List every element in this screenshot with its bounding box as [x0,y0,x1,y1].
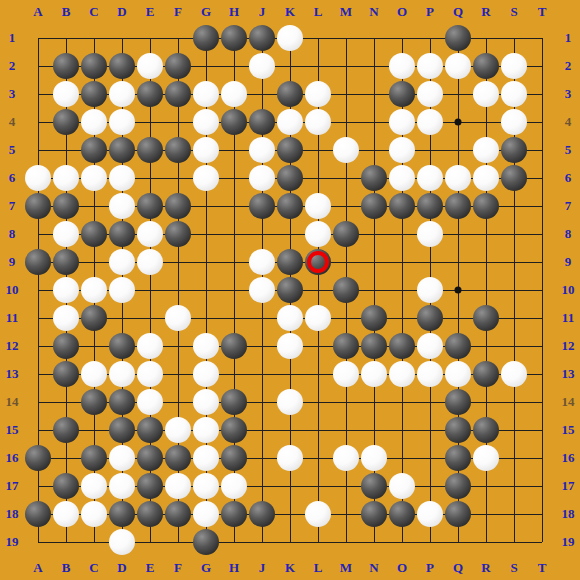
intersection-L12[interactable] [304,332,332,360]
intersection-P2[interactable] [416,52,444,80]
intersection-D13[interactable] [108,360,136,388]
intersection-A12[interactable] [24,332,52,360]
intersection-G4[interactable] [192,108,220,136]
intersection-C10[interactable] [80,276,108,304]
intersection-P7[interactable] [416,192,444,220]
intersection-H8[interactable] [220,220,248,248]
intersection-J10[interactable] [248,276,276,304]
intersection-R7[interactable] [472,192,500,220]
intersection-G1[interactable] [192,24,220,52]
intersection-G12[interactable] [192,332,220,360]
intersection-N6[interactable] [360,164,388,192]
intersection-R17[interactable] [472,472,500,500]
intersection-F7[interactable] [164,192,192,220]
intersection-A7[interactable] [24,192,52,220]
intersection-L5[interactable] [304,136,332,164]
intersection-P9[interactable] [416,248,444,276]
intersection-N12[interactable] [360,332,388,360]
intersection-M11[interactable] [332,304,360,332]
intersection-T18[interactable] [528,500,556,528]
intersection-G17[interactable] [192,472,220,500]
intersection-M10[interactable] [332,276,360,304]
intersection-C12[interactable] [80,332,108,360]
intersection-T1[interactable] [528,24,556,52]
intersection-A1[interactable] [24,24,52,52]
intersection-T16[interactable] [528,444,556,472]
intersection-D10[interactable] [108,276,136,304]
intersection-Q16[interactable] [444,444,472,472]
intersection-M17[interactable] [332,472,360,500]
intersection-P11[interactable] [416,304,444,332]
intersection-S1[interactable] [500,24,528,52]
intersection-Q12[interactable] [444,332,472,360]
intersection-G11[interactable] [192,304,220,332]
intersection-B18[interactable] [52,500,80,528]
intersection-C7[interactable] [80,192,108,220]
intersection-K5[interactable] [276,136,304,164]
intersection-P8[interactable] [416,220,444,248]
intersection-M18[interactable] [332,500,360,528]
intersection-P15[interactable] [416,416,444,444]
intersection-R14[interactable] [472,388,500,416]
intersection-L15[interactable] [304,416,332,444]
intersection-D14[interactable] [108,388,136,416]
intersection-A16[interactable] [24,444,52,472]
intersection-D6[interactable] [108,164,136,192]
intersection-S18[interactable] [500,500,528,528]
intersection-M4[interactable] [332,108,360,136]
intersection-C11[interactable] [80,304,108,332]
intersection-D7[interactable] [108,192,136,220]
intersection-R4[interactable] [472,108,500,136]
intersection-N17[interactable] [360,472,388,500]
intersection-Q10[interactable] [444,276,472,304]
intersection-J15[interactable] [248,416,276,444]
intersection-J8[interactable] [248,220,276,248]
intersection-D3[interactable] [108,80,136,108]
intersection-T15[interactable] [528,416,556,444]
intersection-L17[interactable] [304,472,332,500]
intersection-O13[interactable] [388,360,416,388]
intersection-J1[interactable] [248,24,276,52]
intersection-L6[interactable] [304,164,332,192]
intersection-O18[interactable] [388,500,416,528]
intersection-G13[interactable] [192,360,220,388]
intersection-H15[interactable] [220,416,248,444]
intersection-A10[interactable] [24,276,52,304]
intersection-C8[interactable] [80,220,108,248]
intersection-J17[interactable] [248,472,276,500]
intersection-B8[interactable] [52,220,80,248]
intersection-B6[interactable] [52,164,80,192]
intersection-D4[interactable] [108,108,136,136]
intersection-L9[interactable] [304,248,332,276]
intersection-S9[interactable] [500,248,528,276]
intersection-R5[interactable] [472,136,500,164]
intersection-M15[interactable] [332,416,360,444]
intersection-N15[interactable] [360,416,388,444]
intersection-A15[interactable] [24,416,52,444]
intersection-B7[interactable] [52,192,80,220]
intersection-F3[interactable] [164,80,192,108]
intersection-O1[interactable] [388,24,416,52]
intersection-G7[interactable] [192,192,220,220]
intersection-T4[interactable] [528,108,556,136]
intersection-C16[interactable] [80,444,108,472]
intersection-A5[interactable] [24,136,52,164]
intersection-K17[interactable] [276,472,304,500]
intersection-F4[interactable] [164,108,192,136]
intersection-J9[interactable] [248,248,276,276]
intersection-M1[interactable] [332,24,360,52]
intersection-A13[interactable] [24,360,52,388]
intersection-H19[interactable] [220,528,248,556]
intersection-R10[interactable] [472,276,500,304]
intersection-E11[interactable] [136,304,164,332]
intersection-N9[interactable] [360,248,388,276]
intersection-Q6[interactable] [444,164,472,192]
intersection-H1[interactable] [220,24,248,52]
intersection-R18[interactable] [472,500,500,528]
intersection-N18[interactable] [360,500,388,528]
intersection-F1[interactable] [164,24,192,52]
intersection-F12[interactable] [164,332,192,360]
intersection-M8[interactable] [332,220,360,248]
intersection-C13[interactable] [80,360,108,388]
intersection-M16[interactable] [332,444,360,472]
intersection-L8[interactable] [304,220,332,248]
intersection-D17[interactable] [108,472,136,500]
intersection-O4[interactable] [388,108,416,136]
intersection-Q17[interactable] [444,472,472,500]
intersection-H4[interactable] [220,108,248,136]
intersection-B5[interactable] [52,136,80,164]
intersection-O8[interactable] [388,220,416,248]
intersection-M9[interactable] [332,248,360,276]
intersection-E9[interactable] [136,248,164,276]
intersection-G6[interactable] [192,164,220,192]
intersection-R2[interactable] [472,52,500,80]
intersection-N16[interactable] [360,444,388,472]
intersection-K19[interactable] [276,528,304,556]
intersection-H3[interactable] [220,80,248,108]
intersection-F5[interactable] [164,136,192,164]
intersection-A14[interactable] [24,388,52,416]
intersection-S10[interactable] [500,276,528,304]
intersection-J5[interactable] [248,136,276,164]
intersection-B2[interactable] [52,52,80,80]
intersection-L16[interactable] [304,444,332,472]
intersection-H2[interactable] [220,52,248,80]
intersection-J3[interactable] [248,80,276,108]
intersection-M5[interactable] [332,136,360,164]
intersection-B19[interactable] [52,528,80,556]
intersection-M2[interactable] [332,52,360,80]
intersection-H14[interactable] [220,388,248,416]
intersection-P18[interactable] [416,500,444,528]
intersection-G8[interactable] [192,220,220,248]
intersection-P4[interactable] [416,108,444,136]
intersection-D1[interactable] [108,24,136,52]
intersection-K11[interactable] [276,304,304,332]
intersection-D5[interactable] [108,136,136,164]
intersection-B3[interactable] [52,80,80,108]
intersection-M6[interactable] [332,164,360,192]
intersection-O15[interactable] [388,416,416,444]
intersection-K4[interactable] [276,108,304,136]
intersection-G10[interactable] [192,276,220,304]
intersection-B15[interactable] [52,416,80,444]
intersection-L18[interactable] [304,500,332,528]
intersection-K14[interactable] [276,388,304,416]
intersection-R9[interactable] [472,248,500,276]
intersection-N10[interactable] [360,276,388,304]
intersection-F2[interactable] [164,52,192,80]
intersection-F10[interactable] [164,276,192,304]
intersection-H7[interactable] [220,192,248,220]
intersection-Q14[interactable] [444,388,472,416]
intersection-K18[interactable] [276,500,304,528]
intersection-H13[interactable] [220,360,248,388]
intersection-S3[interactable] [500,80,528,108]
intersection-G5[interactable] [192,136,220,164]
intersection-K1[interactable] [276,24,304,52]
intersection-J19[interactable] [248,528,276,556]
intersection-A19[interactable] [24,528,52,556]
intersection-G9[interactable] [192,248,220,276]
intersection-M19[interactable] [332,528,360,556]
intersection-S14[interactable] [500,388,528,416]
intersection-G14[interactable] [192,388,220,416]
intersection-S8[interactable] [500,220,528,248]
intersection-R13[interactable] [472,360,500,388]
intersection-T2[interactable] [528,52,556,80]
intersection-P3[interactable] [416,80,444,108]
intersection-E6[interactable] [136,164,164,192]
intersection-O16[interactable] [388,444,416,472]
intersection-C3[interactable] [80,80,108,108]
intersection-J14[interactable] [248,388,276,416]
intersection-N11[interactable] [360,304,388,332]
intersection-T17[interactable] [528,472,556,500]
intersection-T12[interactable] [528,332,556,360]
intersection-N4[interactable] [360,108,388,136]
intersection-B4[interactable] [52,108,80,136]
intersection-E8[interactable] [136,220,164,248]
intersection-C6[interactable] [80,164,108,192]
intersection-M3[interactable] [332,80,360,108]
intersection-N5[interactable] [360,136,388,164]
intersection-D15[interactable] [108,416,136,444]
intersection-B9[interactable] [52,248,80,276]
intersection-G19[interactable] [192,528,220,556]
intersection-O19[interactable] [388,528,416,556]
intersection-F8[interactable] [164,220,192,248]
intersection-H18[interactable] [220,500,248,528]
intersection-F17[interactable] [164,472,192,500]
intersection-M12[interactable] [332,332,360,360]
intersection-L1[interactable] [304,24,332,52]
intersection-E5[interactable] [136,136,164,164]
intersection-D12[interactable] [108,332,136,360]
intersection-E15[interactable] [136,416,164,444]
intersection-S6[interactable] [500,164,528,192]
intersection-P17[interactable] [416,472,444,500]
intersection-R6[interactable] [472,164,500,192]
intersection-H17[interactable] [220,472,248,500]
intersection-H12[interactable] [220,332,248,360]
intersection-R15[interactable] [472,416,500,444]
intersection-E7[interactable] [136,192,164,220]
intersection-P14[interactable] [416,388,444,416]
intersection-J11[interactable] [248,304,276,332]
intersection-J7[interactable] [248,192,276,220]
intersection-K3[interactable] [276,80,304,108]
intersection-K15[interactable] [276,416,304,444]
intersection-N8[interactable] [360,220,388,248]
intersection-K10[interactable] [276,276,304,304]
intersection-R19[interactable] [472,528,500,556]
intersection-Q7[interactable] [444,192,472,220]
intersection-C14[interactable] [80,388,108,416]
intersection-T5[interactable] [528,136,556,164]
intersection-S13[interactable] [500,360,528,388]
intersection-D9[interactable] [108,248,136,276]
intersection-J2[interactable] [248,52,276,80]
intersection-O3[interactable] [388,80,416,108]
intersection-G2[interactable] [192,52,220,80]
intersection-G3[interactable] [192,80,220,108]
intersection-B17[interactable] [52,472,80,500]
intersection-H9[interactable] [220,248,248,276]
intersection-M14[interactable] [332,388,360,416]
intersection-O12[interactable] [388,332,416,360]
intersection-B1[interactable] [52,24,80,52]
intersection-D11[interactable] [108,304,136,332]
intersection-E14[interactable] [136,388,164,416]
intersection-Q13[interactable] [444,360,472,388]
intersection-D19[interactable] [108,528,136,556]
intersection-O10[interactable] [388,276,416,304]
intersection-F19[interactable] [164,528,192,556]
intersection-B10[interactable] [52,276,80,304]
intersection-O17[interactable] [388,472,416,500]
intersection-R16[interactable] [472,444,500,472]
intersection-A18[interactable] [24,500,52,528]
intersection-E13[interactable] [136,360,164,388]
intersection-P6[interactable] [416,164,444,192]
intersection-R12[interactable] [472,332,500,360]
intersection-F16[interactable] [164,444,192,472]
intersection-S17[interactable] [500,472,528,500]
intersection-S16[interactable] [500,444,528,472]
intersection-C17[interactable] [80,472,108,500]
intersection-T19[interactable] [528,528,556,556]
intersection-A4[interactable] [24,108,52,136]
intersection-P16[interactable] [416,444,444,472]
intersection-A9[interactable] [24,248,52,276]
intersection-C19[interactable] [80,528,108,556]
intersection-P10[interactable] [416,276,444,304]
intersection-P1[interactable] [416,24,444,52]
intersection-T3[interactable] [528,80,556,108]
intersection-C1[interactable] [80,24,108,52]
intersection-C18[interactable] [80,500,108,528]
intersection-E2[interactable] [136,52,164,80]
intersection-P5[interactable] [416,136,444,164]
intersection-S4[interactable] [500,108,528,136]
intersection-J6[interactable] [248,164,276,192]
intersection-C2[interactable] [80,52,108,80]
intersection-P19[interactable] [416,528,444,556]
intersection-N1[interactable] [360,24,388,52]
intersection-G15[interactable] [192,416,220,444]
intersection-A2[interactable] [24,52,52,80]
intersection-J16[interactable] [248,444,276,472]
intersection-F13[interactable] [164,360,192,388]
intersection-Q15[interactable] [444,416,472,444]
intersection-B16[interactable] [52,444,80,472]
intersection-L13[interactable] [304,360,332,388]
intersection-L3[interactable] [304,80,332,108]
intersection-O6[interactable] [388,164,416,192]
intersection-R1[interactable] [472,24,500,52]
intersection-E10[interactable] [136,276,164,304]
intersection-D18[interactable] [108,500,136,528]
intersection-Q19[interactable] [444,528,472,556]
intersection-B14[interactable] [52,388,80,416]
intersection-S2[interactable] [500,52,528,80]
intersection-E4[interactable] [136,108,164,136]
intersection-B13[interactable] [52,360,80,388]
intersection-Q18[interactable] [444,500,472,528]
intersection-B11[interactable] [52,304,80,332]
intersection-L11[interactable] [304,304,332,332]
intersection-S7[interactable] [500,192,528,220]
intersection-K6[interactable] [276,164,304,192]
intersection-T7[interactable] [528,192,556,220]
intersection-C15[interactable] [80,416,108,444]
intersection-Q4[interactable] [444,108,472,136]
intersection-K9[interactable] [276,248,304,276]
intersection-J4[interactable] [248,108,276,136]
intersection-A3[interactable] [24,80,52,108]
intersection-A11[interactable] [24,304,52,332]
intersection-E17[interactable] [136,472,164,500]
intersection-D8[interactable] [108,220,136,248]
intersection-J18[interactable] [248,500,276,528]
intersection-E12[interactable] [136,332,164,360]
intersection-K12[interactable] [276,332,304,360]
intersection-T9[interactable] [528,248,556,276]
intersection-F9[interactable] [164,248,192,276]
intersection-T13[interactable] [528,360,556,388]
intersection-M13[interactable] [332,360,360,388]
intersection-A6[interactable] [24,164,52,192]
intersection-N3[interactable] [360,80,388,108]
intersection-H5[interactable] [220,136,248,164]
intersection-Q1[interactable] [444,24,472,52]
intersection-S19[interactable] [500,528,528,556]
intersection-N2[interactable] [360,52,388,80]
intersection-C9[interactable] [80,248,108,276]
intersection-H16[interactable] [220,444,248,472]
intersection-T11[interactable] [528,304,556,332]
intersection-L2[interactable] [304,52,332,80]
intersection-O14[interactable] [388,388,416,416]
intersection-O5[interactable] [388,136,416,164]
intersection-K16[interactable] [276,444,304,472]
